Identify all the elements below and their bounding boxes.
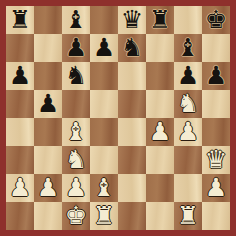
square-h3[interactable]: ♛: [202, 146, 230, 174]
square-c1[interactable]: ♚: [62, 202, 90, 230]
square-d3[interactable]: [90, 146, 118, 174]
square-g1[interactable]: ♜: [174, 202, 202, 230]
square-b3[interactable]: [34, 146, 62, 174]
piece-white-pawn-g4: ♟: [177, 119, 199, 144]
square-c7[interactable]: ♟: [62, 34, 90, 62]
square-e1[interactable]: [118, 202, 146, 230]
square-d1[interactable]: ♜: [90, 202, 118, 230]
piece-white-bishop-d2: ♝: [93, 175, 115, 200]
piece-white-knight-g5: ♞: [177, 91, 199, 116]
square-e4[interactable]: [118, 118, 146, 146]
square-h2[interactable]: ♟: [202, 174, 230, 202]
square-b5[interactable]: ♟: [34, 90, 62, 118]
square-a8[interactable]: ♜: [6, 6, 34, 34]
square-b8[interactable]: [34, 6, 62, 34]
square-c5[interactable]: [62, 90, 90, 118]
square-e7[interactable]: ♞: [118, 34, 146, 62]
square-g6[interactable]: ♟: [174, 62, 202, 90]
piece-white-pawn-b2: ♟: [37, 175, 59, 200]
square-b4[interactable]: [34, 118, 62, 146]
piece-white-pawn-f4: ♟: [149, 119, 171, 144]
square-c6[interactable]: ♞: [62, 62, 90, 90]
square-f5[interactable]: [146, 90, 174, 118]
square-a2[interactable]: ♟: [6, 174, 34, 202]
square-d5[interactable]: [90, 90, 118, 118]
square-c8[interactable]: ♝: [62, 6, 90, 34]
square-d7[interactable]: ♟: [90, 34, 118, 62]
square-b7[interactable]: [34, 34, 62, 62]
square-f7[interactable]: [146, 34, 174, 62]
square-c4[interactable]: ♝: [62, 118, 90, 146]
square-b1[interactable]: [34, 202, 62, 230]
square-g8[interactable]: [174, 6, 202, 34]
piece-white-knight-c3: ♞: [65, 147, 87, 172]
piece-black-rook-f8: ♜: [149, 7, 171, 32]
square-d4[interactable]: [90, 118, 118, 146]
piece-black-pawn-b5: ♟: [37, 91, 59, 116]
square-a1[interactable]: [6, 202, 34, 230]
square-b2[interactable]: ♟: [34, 174, 62, 202]
square-f2[interactable]: [146, 174, 174, 202]
square-g5[interactable]: ♞: [174, 90, 202, 118]
piece-black-knight-e7: ♞: [121, 35, 143, 60]
square-e5[interactable]: [118, 90, 146, 118]
square-a6[interactable]: ♟: [6, 62, 34, 90]
square-h1[interactable]: [202, 202, 230, 230]
piece-black-queen-e8: ♛: [121, 7, 143, 32]
square-g4[interactable]: ♟: [174, 118, 202, 146]
square-c3[interactable]: ♞: [62, 146, 90, 174]
piece-black-rook-a8: ♜: [9, 7, 31, 32]
piece-black-pawn-a6: ♟: [9, 63, 31, 88]
piece-white-queen-h3: ♛: [205, 147, 227, 172]
square-e6[interactable]: [118, 62, 146, 90]
square-f8[interactable]: ♜: [146, 6, 174, 34]
piece-black-bishop-c8: ♝: [65, 7, 87, 32]
square-f1[interactable]: [146, 202, 174, 230]
square-f4[interactable]: ♟: [146, 118, 174, 146]
piece-white-pawn-h2: ♟: [205, 175, 227, 200]
square-c2[interactable]: ♟: [62, 174, 90, 202]
piece-white-rook-d1: ♜: [93, 203, 115, 228]
square-g7[interactable]: ♝: [174, 34, 202, 62]
square-f3[interactable]: [146, 146, 174, 174]
piece-white-pawn-c2: ♟: [65, 175, 87, 200]
square-b6[interactable]: [34, 62, 62, 90]
square-a5[interactable]: [6, 90, 34, 118]
square-h7[interactable]: [202, 34, 230, 62]
chess-board: ♜♝♛♜♚♟♟♞♝♟♞♟♟♟♞♝♟♟♞♛♟♟♟♝♟♚♜♜: [6, 6, 230, 230]
square-h6[interactable]: ♟: [202, 62, 230, 90]
square-a7[interactable]: [6, 34, 34, 62]
piece-black-king-h8: ♚: [205, 7, 227, 32]
square-g3[interactable]: [174, 146, 202, 174]
chess-board-frame: ♜♝♛♜♚♟♟♞♝♟♞♟♟♟♞♝♟♟♞♛♟♟♟♝♟♚♜♜: [0, 0, 236, 236]
piece-black-pawn-h6: ♟: [205, 63, 227, 88]
piece-white-rook-g1: ♜: [177, 203, 199, 228]
piece-white-king-c1: ♚: [65, 203, 87, 228]
square-e2[interactable]: [118, 174, 146, 202]
piece-black-bishop-g7: ♝: [177, 35, 199, 60]
square-d6[interactable]: [90, 62, 118, 90]
square-d2[interactable]: ♝: [90, 174, 118, 202]
square-g2[interactable]: [174, 174, 202, 202]
square-d8[interactable]: [90, 6, 118, 34]
square-h4[interactable]: [202, 118, 230, 146]
piece-black-pawn-d7: ♟: [93, 35, 115, 60]
square-h5[interactable]: [202, 90, 230, 118]
piece-black-knight-c6: ♞: [65, 63, 87, 88]
square-a4[interactable]: [6, 118, 34, 146]
piece-white-pawn-a2: ♟: [9, 175, 31, 200]
square-f6[interactable]: [146, 62, 174, 90]
piece-white-bishop-c4: ♝: [65, 119, 87, 144]
square-a3[interactable]: [6, 146, 34, 174]
square-h8[interactable]: ♚: [202, 6, 230, 34]
square-e3[interactable]: [118, 146, 146, 174]
piece-black-pawn-c7: ♟: [65, 35, 87, 60]
piece-black-pawn-g6: ♟: [177, 63, 199, 88]
square-e8[interactable]: ♛: [118, 6, 146, 34]
